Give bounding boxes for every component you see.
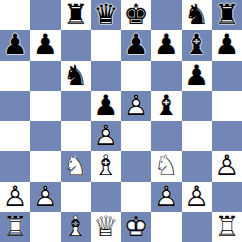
- square-d4[interactable]: ♟♙: [91, 121, 121, 151]
- square-h4[interactable]: [212, 121, 242, 151]
- piece-outline-layer: ♔: [121, 212, 151, 242]
- black-knight[interactable]: ♞: [182, 0, 212, 30]
- chess-board: ♜♛♚♞♜♟♟♟♟♝♟♞♟♟♟♙♝♟♙♞♘♝♗♞♘♟♙♟♙♟♙♟♙♟♙♜♖♝♗♛…: [0, 0, 242, 242]
- black-pawn[interactable]: ♟: [30, 30, 60, 60]
- black-pawn[interactable]: ♟: [212, 30, 242, 60]
- piece-glyph-layer: ♟: [91, 91, 121, 121]
- square-h5[interactable]: [212, 91, 242, 121]
- white-pawn[interactable]: ♟♙: [151, 182, 181, 212]
- square-a4[interactable]: [0, 121, 30, 151]
- piece-outline-layer: ♗: [91, 151, 121, 181]
- square-h1[interactable]: ♜♖: [212, 212, 242, 242]
- square-c5[interactable]: [61, 91, 91, 121]
- black-pawn[interactable]: ♟: [182, 61, 212, 91]
- square-d8[interactable]: ♛: [91, 0, 121, 30]
- square-c4[interactable]: [61, 121, 91, 151]
- black-rook[interactable]: ♜: [61, 0, 91, 30]
- square-e6[interactable]: [121, 61, 151, 91]
- square-b1[interactable]: [30, 212, 60, 242]
- square-g2[interactable]: ♟♙: [182, 182, 212, 212]
- square-e3[interactable]: [121, 151, 151, 181]
- square-c2[interactable]: [61, 182, 91, 212]
- square-b8[interactable]: [30, 0, 60, 30]
- square-a5[interactable]: [0, 91, 30, 121]
- square-e5[interactable]: ♟♙: [121, 91, 151, 121]
- white-bishop[interactable]: ♝♗: [91, 151, 121, 181]
- square-g3[interactable]: [182, 151, 212, 181]
- square-a1[interactable]: ♜♖: [0, 212, 30, 242]
- piece-outline-layer: ♕: [91, 212, 121, 242]
- black-rook[interactable]: ♜: [212, 0, 242, 30]
- square-e8[interactable]: ♚: [121, 0, 151, 30]
- white-pawn[interactable]: ♟♙: [121, 91, 151, 121]
- square-a7[interactable]: ♟: [0, 30, 30, 60]
- square-d7[interactable]: [91, 30, 121, 60]
- white-king[interactable]: ♚♔: [121, 212, 151, 242]
- square-e4[interactable]: [121, 121, 151, 151]
- black-bishop[interactable]: ♝: [151, 91, 181, 121]
- black-pawn[interactable]: ♟: [0, 30, 30, 60]
- square-g8[interactable]: ♞: [182, 0, 212, 30]
- piece-outline-layer: ♙: [0, 182, 30, 212]
- white-rook[interactable]: ♜♖: [212, 212, 242, 242]
- piece-glyph-layer: ♟: [121, 30, 151, 60]
- square-g4[interactable]: [182, 121, 212, 151]
- square-g5[interactable]: [182, 91, 212, 121]
- square-g1[interactable]: [182, 212, 212, 242]
- square-c1[interactable]: ♝♗: [61, 212, 91, 242]
- square-b3[interactable]: [30, 151, 60, 181]
- piece-outline-layer: ♗: [61, 212, 91, 242]
- square-e2[interactable]: [121, 182, 151, 212]
- square-b4[interactable]: [30, 121, 60, 151]
- piece-outline-layer: ♘: [151, 151, 181, 181]
- square-f1[interactable]: [151, 212, 181, 242]
- piece-outline-layer: ♙: [182, 182, 212, 212]
- square-f6[interactable]: [151, 61, 181, 91]
- piece-glyph-layer: ♟: [30, 30, 60, 60]
- square-f5[interactable]: ♝: [151, 91, 181, 121]
- square-a6[interactable]: [0, 61, 30, 91]
- black-pawn[interactable]: ♟: [91, 91, 121, 121]
- square-c3[interactable]: ♞♘: [61, 151, 91, 181]
- square-d1[interactable]: ♛♕: [91, 212, 121, 242]
- black-bishop[interactable]: ♝: [182, 30, 212, 60]
- square-f2[interactable]: ♟♙: [151, 182, 181, 212]
- square-f4[interactable]: [151, 121, 181, 151]
- piece-outline-layer: ♖: [212, 212, 242, 242]
- white-pawn[interactable]: ♟♙: [91, 121, 121, 151]
- piece-outline-layer: ♙: [121, 91, 151, 121]
- square-a3[interactable]: [0, 151, 30, 181]
- square-d2[interactable]: [91, 182, 121, 212]
- black-king[interactable]: ♚: [121, 0, 151, 30]
- piece-outline-layer: ♙: [151, 182, 181, 212]
- square-f3[interactable]: ♞♘: [151, 151, 181, 181]
- piece-glyph-layer: ♟: [212, 30, 242, 60]
- white-knight[interactable]: ♞♘: [61, 151, 91, 181]
- piece-outline-layer: ♙: [91, 121, 121, 151]
- white-queen[interactable]: ♛♕: [91, 212, 121, 242]
- square-h8[interactable]: ♜: [212, 0, 242, 30]
- square-a8[interactable]: [0, 0, 30, 30]
- piece-outline-layer: ♙: [30, 182, 60, 212]
- white-bishop[interactable]: ♝♗: [61, 212, 91, 242]
- piece-glyph-layer: ♛: [91, 0, 121, 30]
- piece-glyph-layer: ♟: [0, 30, 30, 60]
- square-c7[interactable]: [61, 30, 91, 60]
- square-f8[interactable]: [151, 0, 181, 30]
- black-pawn[interactable]: ♟: [121, 30, 151, 60]
- square-e7[interactable]: ♟: [121, 30, 151, 60]
- white-pawn[interactable]: ♟♙: [182, 182, 212, 212]
- square-e1[interactable]: ♚♔: [121, 212, 151, 242]
- piece-outline-layer: ♘: [61, 151, 91, 181]
- white-knight[interactable]: ♞♘: [151, 151, 181, 181]
- square-c8[interactable]: ♜: [61, 0, 91, 30]
- black-pawn[interactable]: ♟: [151, 30, 181, 60]
- white-pawn[interactable]: ♟♙: [0, 182, 30, 212]
- piece-glyph-layer: ♟: [151, 30, 181, 60]
- piece-outline-layer: ♖: [0, 212, 30, 242]
- piece-glyph-layer: ♜: [61, 0, 91, 30]
- square-c6[interactable]: ♞: [61, 61, 91, 91]
- square-d3[interactable]: ♝♗: [91, 151, 121, 181]
- square-d6[interactable]: [91, 61, 121, 91]
- white-pawn[interactable]: ♟♙: [212, 151, 242, 181]
- square-b5[interactable]: [30, 91, 60, 121]
- piece-glyph-layer: ♝: [182, 30, 212, 60]
- white-rook[interactable]: ♜♖: [0, 212, 30, 242]
- piece-glyph-layer: ♚: [121, 0, 151, 30]
- piece-glyph-layer: ♜: [212, 0, 242, 30]
- square-a2[interactable]: ♟♙: [0, 182, 30, 212]
- white-pawn[interactable]: ♟♙: [30, 182, 60, 212]
- square-b6[interactable]: [30, 61, 60, 91]
- square-b7[interactable]: ♟: [30, 30, 60, 60]
- piece-outline-layer: ♙: [212, 151, 242, 181]
- black-knight[interactable]: ♞: [61, 61, 91, 91]
- square-g6[interactable]: ♟: [182, 61, 212, 91]
- square-h3[interactable]: ♟♙: [212, 151, 242, 181]
- square-d5[interactable]: ♟: [91, 91, 121, 121]
- square-g7[interactable]: ♝: [182, 30, 212, 60]
- square-h2[interactable]: [212, 182, 242, 212]
- piece-glyph-layer: ♞: [182, 0, 212, 30]
- piece-glyph-layer: ♟: [182, 61, 212, 91]
- square-h7[interactable]: ♟: [212, 30, 242, 60]
- piece-glyph-layer: ♞: [61, 61, 91, 91]
- square-h6[interactable]: [212, 61, 242, 91]
- black-queen[interactable]: ♛: [91, 0, 121, 30]
- square-b2[interactable]: ♟♙: [30, 182, 60, 212]
- piece-glyph-layer: ♝: [151, 91, 181, 121]
- square-f7[interactable]: ♟: [151, 30, 181, 60]
